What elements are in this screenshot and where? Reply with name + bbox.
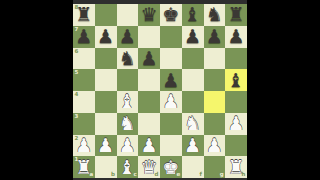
piece-white-pawn: ♟ [162, 92, 179, 111]
piece-black-pawn: ♟ [162, 70, 179, 89]
piece-black-bishop: ♝ [184, 5, 201, 24]
rank-label-7: 7 [75, 27, 79, 33]
piece-white-pawn: ♟ [206, 135, 223, 154]
square-g5[interactable] [204, 69, 226, 91]
piece-white-pawn: ♟ [228, 114, 245, 133]
file-label-d: d [155, 172, 159, 178]
square-f4[interactable] [182, 91, 204, 113]
square-c8[interactable] [117, 4, 139, 26]
square-c1[interactable]: c♝ [117, 156, 139, 178]
square-f1[interactable]: f [182, 156, 204, 178]
square-f3[interactable]: ♞ [182, 113, 204, 135]
square-e6[interactable] [160, 48, 182, 70]
square-c6[interactable]: ♞ [117, 48, 139, 70]
square-g2[interactable]: ♟ [204, 135, 226, 157]
square-e3[interactable] [160, 113, 182, 135]
square-b6[interactable] [95, 48, 117, 70]
piece-black-pawn: ♟ [206, 27, 223, 46]
square-b7[interactable]: ♟ [95, 26, 117, 48]
piece-white-pawn: ♟ [141, 135, 158, 154]
square-g1[interactable]: g [204, 156, 226, 178]
square-h5[interactable]: ♝ [225, 69, 247, 91]
piece-white-pawn: ♟ [97, 135, 114, 154]
square-a1[interactable]: 1a♜ [73, 156, 95, 178]
square-e8[interactable]: ♚ [160, 4, 182, 26]
square-d5[interactable] [138, 69, 160, 91]
board-panel: 8♜♛♚♝♞♜7♟♟♟♟♟♟6♞♟5♟♝4♝♟3♞♞♟2♟♟♟♟♟♟1a♜bc♝… [73, 0, 247, 180]
square-e7[interactable] [160, 26, 182, 48]
square-a5[interactable]: 5 [73, 69, 95, 91]
piece-black-rook: ♜ [228, 5, 245, 24]
square-d2[interactable]: ♟ [138, 135, 160, 157]
square-b3[interactable] [95, 113, 117, 135]
square-g8[interactable]: ♞ [204, 4, 226, 26]
square-g7[interactable]: ♟ [204, 26, 226, 48]
square-f8[interactable]: ♝ [182, 4, 204, 26]
square-d6[interactable]: ♟ [138, 48, 160, 70]
piece-black-pawn: ♟ [141, 48, 158, 67]
piece-black-pawn: ♟ [97, 27, 114, 46]
square-h3[interactable]: ♟ [225, 113, 247, 135]
chess-board: 8♜♛♚♝♞♜7♟♟♟♟♟♟6♞♟5♟♝4♝♟3♞♞♟2♟♟♟♟♟♟1a♜bc♝… [73, 4, 247, 178]
piece-black-knight: ♞ [119, 48, 136, 67]
square-f5[interactable] [182, 69, 204, 91]
square-g6[interactable] [204, 48, 226, 70]
rank-label-2: 2 [75, 136, 79, 142]
rank-label-3: 3 [75, 114, 79, 120]
square-h1[interactable]: h♜ [225, 156, 247, 178]
letterbox-left [0, 0, 73, 180]
square-c2[interactable]: ♟ [117, 135, 139, 157]
square-b8[interactable] [95, 4, 117, 26]
square-d4[interactable] [138, 91, 160, 113]
square-c4[interactable]: ♝ [117, 91, 139, 113]
square-a8[interactable]: 8♜ [73, 4, 95, 26]
piece-black-pawn: ♟ [184, 27, 201, 46]
rank-label-8: 8 [75, 5, 79, 11]
piece-black-king: ♚ [162, 5, 179, 24]
square-g3[interactable] [204, 113, 226, 135]
square-h7[interactable]: ♟ [225, 26, 247, 48]
piece-white-bishop: ♝ [119, 92, 136, 111]
piece-black-queen: ♛ [141, 5, 158, 24]
square-a7[interactable]: 7♟ [73, 26, 95, 48]
piece-black-bishop: ♝ [228, 70, 245, 89]
square-e5[interactable]: ♟ [160, 69, 182, 91]
square-h6[interactable] [225, 48, 247, 70]
file-label-c: c [133, 172, 136, 178]
square-d1[interactable]: d♛ [138, 156, 160, 178]
square-f6[interactable] [182, 48, 204, 70]
piece-white-knight: ♞ [119, 114, 136, 133]
rank-label-4: 4 [75, 92, 79, 98]
piece-white-pawn: ♟ [184, 135, 201, 154]
file-label-e: e [177, 172, 181, 178]
piece-black-pawn: ♟ [228, 27, 245, 46]
square-h2[interactable] [225, 135, 247, 157]
square-h4[interactable] [225, 91, 247, 113]
square-d8[interactable]: ♛ [138, 4, 160, 26]
square-f7[interactable]: ♟ [182, 26, 204, 48]
square-a6[interactable]: 6 [73, 48, 95, 70]
square-a2[interactable]: 2♟ [73, 135, 95, 157]
letterbox-right [247, 0, 320, 180]
square-b5[interactable] [95, 69, 117, 91]
square-h8[interactable]: ♜ [225, 4, 247, 26]
square-e4[interactable]: ♟ [160, 91, 182, 113]
square-e2[interactable] [160, 135, 182, 157]
file-label-h: h [242, 172, 246, 178]
file-label-a: a [90, 172, 94, 178]
rank-label-1: 1 [75, 157, 79, 163]
square-a4[interactable]: 4 [73, 91, 95, 113]
square-b4[interactable] [95, 91, 117, 113]
file-label-g: g [220, 172, 224, 178]
piece-white-pawn: ♟ [119, 135, 136, 154]
square-c3[interactable]: ♞ [117, 113, 139, 135]
file-label-b: b [111, 172, 115, 178]
rank-label-5: 5 [75, 70, 79, 76]
rank-label-6: 6 [75, 49, 79, 55]
square-b2[interactable]: ♟ [95, 135, 117, 157]
square-b1[interactable]: b [95, 156, 117, 178]
square-a3[interactable]: 3 [73, 113, 95, 135]
square-d7[interactable] [138, 26, 160, 48]
file-label-f: f [200, 172, 202, 178]
piece-black-pawn: ♟ [119, 27, 136, 46]
square-e1[interactable]: e♚ [160, 156, 182, 178]
square-c7[interactable]: ♟ [117, 26, 139, 48]
square-g4[interactable] [204, 91, 226, 113]
piece-white-knight: ♞ [184, 114, 201, 133]
square-f2[interactable]: ♟ [182, 135, 204, 157]
piece-black-knight: ♞ [206, 5, 223, 24]
square-d3[interactable] [138, 113, 160, 135]
square-c5[interactable] [117, 69, 139, 91]
